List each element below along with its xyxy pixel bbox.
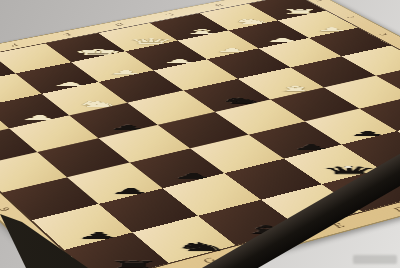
black-rook-h8: ♜ [104, 260, 161, 268]
chess-board-wrapper: ♜♚♛♝♞♜♟♟♟♟♟♟♟♟♞♟♞♝♟♟♟♟♟♟♛♟♜♞♝♚♝♜ HHGGFFE… [0, 0, 400, 268]
white-finial-top [344, 166, 352, 168]
chess-board: ♜♚♛♝♞♜♟♟♟♟♟♟♟♟♞♟♞♝♟♟♟♟♟♟♛♟♜♞♝♚♝♜ HHGGFFE… [0, 0, 400, 268]
watermark-smudge [353, 255, 397, 264]
chess-photo-scene: ♜♚♛♝♞♜♟♟♟♟♟♟♟♟♞♟♞♝♟♟♟♟♟♟♛♟♜♞♝♚♝♜ HHGGFFE… [0, 0, 400, 268]
